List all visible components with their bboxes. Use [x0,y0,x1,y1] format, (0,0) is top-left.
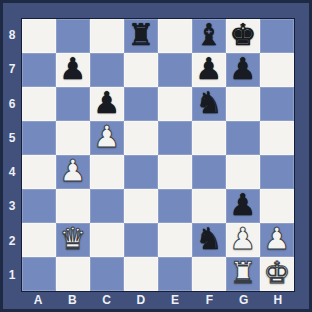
square-d8[interactable]: ♜ [124,19,158,53]
black-pawn-icon[interactable]: ♟ [94,88,121,118]
square-g5[interactable] [226,121,260,155]
rank-label-5: 5 [3,121,21,155]
rank-label-7: 7 [3,52,21,86]
square-e8[interactable] [158,19,192,53]
square-c5[interactable]: ♟ [90,121,124,155]
square-a1[interactable] [22,257,56,291]
square-a4[interactable] [22,155,56,189]
black-pawn-icon[interactable]: ♟ [230,54,257,84]
black-knight-icon[interactable]: ♞ [196,88,223,118]
square-b5[interactable] [56,121,90,155]
square-g3[interactable]: ♟ [226,189,260,223]
square-h7[interactable] [260,53,294,87]
square-a2[interactable] [22,223,56,257]
file-label-f: F [192,292,226,308]
square-c7[interactable] [90,53,124,87]
square-f1[interactable] [192,257,226,291]
white-queen-icon[interactable]: ♛ [60,224,87,254]
square-h8[interactable] [260,19,294,53]
square-e3[interactable] [158,189,192,223]
file-label-d: D [124,292,158,308]
square-b7[interactable]: ♟ [56,53,90,87]
file-label-b: B [55,292,89,308]
rank-label-6: 6 [3,87,21,121]
black-pawn-icon[interactable]: ♟ [60,54,87,84]
chess-diagram: 87654321 ♜♝♚♟♟♟♟♞♟♟♟♛♞♟♟♜♚ ABCDEFGH [0,0,312,312]
square-b1[interactable] [56,257,90,291]
square-g8[interactable]: ♚ [226,19,260,53]
black-knight-icon[interactable]: ♞ [196,224,223,254]
black-king-icon[interactable]: ♚ [230,20,257,50]
rank-label-2: 2 [3,224,21,258]
square-h3[interactable] [260,189,294,223]
square-e5[interactable] [158,121,192,155]
black-pawn-icon[interactable]: ♟ [230,190,257,220]
square-c2[interactable] [90,223,124,257]
white-pawn-icon[interactable]: ♟ [94,122,121,152]
rank-labels: 87654321 [3,18,21,292]
square-e4[interactable] [158,155,192,189]
square-d4[interactable] [124,155,158,189]
white-pawn-icon[interactable]: ♟ [230,224,257,254]
square-e7[interactable] [158,53,192,87]
square-c8[interactable] [90,19,124,53]
square-f8[interactable]: ♝ [192,19,226,53]
square-b4[interactable]: ♟ [56,155,90,189]
board[interactable]: ♜♝♚♟♟♟♟♞♟♟♟♛♞♟♟♜♚ [21,18,295,292]
square-f6[interactable]: ♞ [192,87,226,121]
white-pawn-icon[interactable]: ♟ [60,156,87,186]
black-rook-icon[interactable]: ♜ [128,20,155,50]
square-b6[interactable] [56,87,90,121]
square-g2[interactable]: ♟ [226,223,260,257]
square-b3[interactable] [56,189,90,223]
square-f4[interactable] [192,155,226,189]
square-a7[interactable] [22,53,56,87]
file-label-e: E [158,292,192,308]
file-label-c: C [90,292,124,308]
square-h6[interactable] [260,87,294,121]
square-g6[interactable] [226,87,260,121]
square-g7[interactable]: ♟ [226,53,260,87]
file-label-h: H [261,292,295,308]
square-h1[interactable]: ♚ [260,257,294,291]
rank-label-3: 3 [3,189,21,223]
square-c4[interactable] [90,155,124,189]
square-d3[interactable] [124,189,158,223]
square-e6[interactable] [158,87,192,121]
black-bishop-icon[interactable]: ♝ [196,20,223,50]
square-e1[interactable] [158,257,192,291]
rank-label-8: 8 [3,18,21,52]
black-pawn-icon[interactable]: ♟ [196,54,223,84]
white-rook-icon[interactable]: ♜ [230,258,257,288]
square-c6[interactable]: ♟ [90,87,124,121]
file-label-g: G [227,292,261,308]
square-a3[interactable] [22,189,56,223]
rank-label-4: 4 [3,155,21,189]
square-c3[interactable] [90,189,124,223]
file-label-a: A [21,292,55,308]
square-a6[interactable] [22,87,56,121]
square-d6[interactable] [124,87,158,121]
square-a5[interactable] [22,121,56,155]
square-c1[interactable] [90,257,124,291]
square-h4[interactable] [260,155,294,189]
square-f7[interactable]: ♟ [192,53,226,87]
square-g4[interactable] [226,155,260,189]
square-a8[interactable] [22,19,56,53]
rank-label-1: 1 [3,258,21,292]
square-f5[interactable] [192,121,226,155]
square-f2[interactable]: ♞ [192,223,226,257]
square-h5[interactable] [260,121,294,155]
square-e2[interactable] [158,223,192,257]
square-h2[interactable]: ♟ [260,223,294,257]
square-d5[interactable] [124,121,158,155]
square-d2[interactable] [124,223,158,257]
white-pawn-icon[interactable]: ♟ [264,224,291,254]
square-b2[interactable]: ♛ [56,223,90,257]
file-labels: ABCDEFGH [21,292,295,308]
square-f3[interactable] [192,189,226,223]
square-g1[interactable]: ♜ [226,257,260,291]
square-d1[interactable] [124,257,158,291]
white-king-icon[interactable]: ♚ [264,258,291,288]
square-b8[interactable] [56,19,90,53]
square-d7[interactable] [124,53,158,87]
